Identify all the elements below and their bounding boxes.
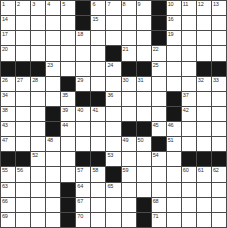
- cell[interactable]: 23: [46, 62, 60, 76]
- cell[interactable]: [91, 46, 105, 60]
- cell[interactable]: [106, 122, 120, 136]
- clue-number: 18: [77, 31, 83, 38]
- cell[interactable]: [76, 122, 90, 136]
- cell[interactable]: 47: [1, 137, 15, 151]
- cell[interactable]: [16, 31, 30, 45]
- clue-number: 68: [153, 198, 159, 205]
- clue-number: 55: [2, 167, 8, 174]
- cell[interactable]: 49: [122, 137, 136, 151]
- cell[interactable]: 25: [152, 62, 166, 76]
- black-cell: [76, 152, 90, 166]
- cell[interactable]: 52: [31, 152, 45, 166]
- clue-number: 45: [153, 122, 159, 129]
- clue-number: 28: [32, 77, 38, 84]
- cell[interactable]: [212, 137, 226, 151]
- cell[interactable]: [31, 137, 45, 151]
- cell[interactable]: 31: [137, 77, 151, 91]
- cell[interactable]: 17: [1, 31, 15, 45]
- clue-number: 4: [47, 1, 50, 8]
- black-cell: [197, 152, 211, 166]
- cell[interactable]: 71: [152, 213, 166, 227]
- clue-number: 57: [77, 167, 83, 174]
- cell[interactable]: [137, 31, 151, 45]
- cell[interactable]: [122, 213, 136, 227]
- cell[interactable]: 66: [1, 198, 15, 212]
- cell[interactable]: [16, 46, 30, 60]
- cell[interactable]: [167, 213, 181, 227]
- cell[interactable]: [16, 122, 30, 136]
- cell[interactable]: [212, 92, 226, 106]
- clue-number: 23: [47, 62, 53, 69]
- cell[interactable]: [76, 62, 90, 76]
- cell[interactable]: 34: [1, 92, 15, 106]
- cell[interactable]: [91, 183, 105, 197]
- cell[interactable]: [46, 46, 60, 60]
- cell[interactable]: [197, 16, 211, 30]
- cell[interactable]: [182, 77, 196, 91]
- cell[interactable]: [167, 77, 181, 91]
- cell[interactable]: [137, 16, 151, 30]
- cell[interactable]: [122, 31, 136, 45]
- clue-number: 13: [213, 1, 219, 8]
- clue-number: 56: [17, 167, 23, 174]
- clue-number: 30: [123, 77, 129, 84]
- cell[interactable]: 8: [122, 1, 136, 15]
- clue-number: 32: [198, 77, 204, 84]
- black-cell: [182, 152, 196, 166]
- black-cell: [61, 198, 75, 212]
- cell[interactable]: 4: [46, 1, 60, 15]
- cell[interactable]: [46, 77, 60, 91]
- cell[interactable]: 28: [31, 77, 45, 91]
- clue-number: 59: [123, 167, 129, 174]
- cell[interactable]: 58: [91, 167, 105, 181]
- clue-number: 70: [77, 213, 83, 220]
- cell[interactable]: [197, 46, 211, 60]
- clue-number: 19: [168, 31, 174, 38]
- cell[interactable]: [212, 198, 226, 212]
- cell[interactable]: [182, 137, 196, 151]
- clue-number: 39: [62, 107, 68, 114]
- clue-number: 51: [168, 137, 174, 144]
- clue-number: 24: [107, 62, 113, 69]
- clue-number: 63: [2, 183, 8, 190]
- cell[interactable]: 27: [16, 77, 30, 91]
- clue-number: 2: [17, 1, 20, 8]
- cell[interactable]: 20: [1, 46, 15, 60]
- cell[interactable]: 9: [137, 1, 151, 15]
- cell[interactable]: 45: [152, 122, 166, 136]
- black-cell: [137, 122, 151, 136]
- clue-number: 69: [2, 213, 8, 220]
- clue-number: 12: [198, 1, 204, 8]
- cell[interactable]: [46, 16, 60, 30]
- cell[interactable]: 32: [197, 77, 211, 91]
- clue-number: 26: [2, 77, 8, 84]
- cell[interactable]: [106, 107, 120, 121]
- cell[interactable]: [76, 46, 90, 60]
- cell[interactable]: [61, 46, 75, 60]
- cell[interactable]: [212, 122, 226, 136]
- cell[interactable]: 26: [1, 77, 15, 91]
- cell[interactable]: 1: [1, 1, 15, 15]
- cell[interactable]: [31, 107, 45, 121]
- cell[interactable]: [167, 62, 181, 76]
- cell[interactable]: 14: [1, 16, 15, 30]
- clue-number: 22: [153, 46, 159, 53]
- cell[interactable]: [91, 122, 105, 136]
- cell[interactable]: [137, 46, 151, 60]
- cell[interactable]: 55: [1, 167, 15, 181]
- cell[interactable]: 18: [76, 31, 90, 45]
- black-cell: [122, 62, 136, 76]
- clue-number: 52: [32, 152, 38, 159]
- cell[interactable]: 50: [137, 137, 151, 151]
- clue-number: 5: [62, 1, 65, 8]
- cell[interactable]: [167, 183, 181, 197]
- cell[interactable]: [16, 198, 30, 212]
- black-cell: [152, 16, 166, 30]
- clue-number: 36: [107, 92, 113, 99]
- black-cell: [91, 152, 105, 166]
- cell[interactable]: [122, 107, 136, 121]
- cell[interactable]: [152, 183, 166, 197]
- cell[interactable]: [182, 46, 196, 60]
- cell[interactable]: [31, 46, 45, 60]
- cell[interactable]: 69: [1, 213, 15, 227]
- black-cell: [46, 107, 60, 121]
- black-cell: [152, 31, 166, 45]
- clue-number: 54: [153, 152, 159, 159]
- black-cell: [106, 167, 120, 181]
- cell[interactable]: 53: [106, 152, 120, 166]
- crossword-grid: 1234567891011121314151617181920212223242…: [0, 0, 227, 228]
- cell[interactable]: 42: [182, 107, 196, 121]
- cell[interactable]: 65: [106, 183, 120, 197]
- cell[interactable]: [212, 213, 226, 227]
- clue-number: 14: [2, 16, 8, 23]
- cell[interactable]: [122, 92, 136, 106]
- cell[interactable]: 7: [106, 1, 120, 15]
- clue-number: 48: [47, 137, 53, 144]
- cell[interactable]: [16, 213, 30, 227]
- cell[interactable]: 60: [182, 167, 196, 181]
- cell[interactable]: [182, 122, 196, 136]
- black-cell: [91, 92, 105, 106]
- cell[interactable]: [212, 46, 226, 60]
- black-cell: [137, 62, 151, 76]
- clue-number: 8: [123, 1, 126, 8]
- cell[interactable]: [182, 213, 196, 227]
- cell[interactable]: [212, 183, 226, 197]
- cell[interactable]: [137, 167, 151, 181]
- clue-number: 49: [123, 137, 129, 144]
- cell[interactable]: 2: [16, 1, 30, 15]
- cell[interactable]: [16, 16, 30, 30]
- cell[interactable]: 37: [182, 92, 196, 106]
- cell[interactable]: [182, 16, 196, 30]
- cell[interactable]: 40: [76, 107, 90, 121]
- clue-number: 67: [77, 198, 83, 205]
- cell[interactable]: 70: [76, 213, 90, 227]
- cell[interactable]: 48: [46, 137, 60, 151]
- clue-number: 21: [123, 46, 129, 53]
- clue-number: 58: [92, 167, 98, 174]
- cell[interactable]: [182, 183, 196, 197]
- black-cell: [212, 152, 226, 166]
- black-cell: [76, 1, 90, 15]
- cell[interactable]: [122, 198, 136, 212]
- cell[interactable]: 51: [167, 137, 181, 151]
- cell[interactable]: 16: [167, 16, 181, 30]
- cell[interactable]: [167, 152, 181, 166]
- clue-number: 44: [62, 122, 68, 129]
- cell[interactable]: [61, 152, 75, 166]
- clue-number: 6: [92, 1, 95, 8]
- cell[interactable]: [212, 16, 226, 30]
- cell[interactable]: [91, 198, 105, 212]
- cell[interactable]: [167, 46, 181, 60]
- black-cell: [122, 122, 136, 136]
- cell[interactable]: [182, 62, 196, 76]
- cell[interactable]: [137, 107, 151, 121]
- cell[interactable]: [46, 198, 60, 212]
- cell[interactable]: [16, 107, 30, 121]
- cell[interactable]: [61, 167, 75, 181]
- cell[interactable]: [197, 107, 211, 121]
- cell[interactable]: [122, 152, 136, 166]
- cell[interactable]: [137, 152, 151, 166]
- clue-number: 47: [2, 137, 8, 144]
- black-cell: [137, 213, 151, 227]
- cell[interactable]: 56: [16, 167, 30, 181]
- cell[interactable]: [31, 213, 45, 227]
- cell[interactable]: 11: [182, 1, 196, 15]
- cell[interactable]: [137, 92, 151, 106]
- cell[interactable]: [197, 31, 211, 45]
- black-cell: [197, 62, 211, 76]
- black-cell: [152, 137, 166, 151]
- cell[interactable]: [31, 31, 45, 45]
- cell[interactable]: [61, 31, 75, 45]
- clue-number: 37: [183, 92, 189, 99]
- cell[interactable]: 54: [152, 152, 166, 166]
- black-cell: [167, 107, 181, 121]
- cell[interactable]: 10: [167, 1, 181, 15]
- cell[interactable]: 3: [31, 1, 45, 15]
- cell[interactable]: 36: [106, 92, 120, 106]
- cell[interactable]: 61: [197, 167, 211, 181]
- cell[interactable]: 33: [212, 77, 226, 91]
- cell[interactable]: [31, 167, 45, 181]
- cell[interactable]: [152, 107, 166, 121]
- cell[interactable]: [182, 31, 196, 45]
- black-cell: [1, 152, 15, 166]
- cell[interactable]: 21: [122, 46, 136, 60]
- clue-number: 40: [77, 107, 83, 114]
- cell[interactable]: [31, 122, 45, 136]
- black-cell: [31, 62, 45, 76]
- cell[interactable]: 62: [212, 167, 226, 181]
- cell[interactable]: 6: [91, 1, 105, 15]
- cell[interactable]: [61, 137, 75, 151]
- cell[interactable]: 29: [76, 77, 90, 91]
- cell[interactable]: 63: [1, 183, 15, 197]
- cell[interactable]: [31, 92, 45, 106]
- cell[interactable]: 30: [122, 77, 136, 91]
- cell[interactable]: [31, 183, 45, 197]
- cell[interactable]: 38: [1, 107, 15, 121]
- clue-number: 34: [2, 92, 8, 99]
- cell[interactable]: [106, 77, 120, 91]
- cell[interactable]: [16, 183, 30, 197]
- clue-number: 66: [2, 198, 8, 205]
- cell[interactable]: [197, 213, 211, 227]
- clue-number: 42: [183, 107, 189, 114]
- cell[interactable]: [46, 167, 60, 181]
- black-cell: [1, 62, 15, 76]
- clue-number: 25: [153, 62, 159, 69]
- cell[interactable]: 12: [197, 1, 211, 15]
- cell[interactable]: 57: [76, 167, 90, 181]
- cell[interactable]: [122, 16, 136, 30]
- cell[interactable]: [106, 198, 120, 212]
- cell[interactable]: [212, 31, 226, 45]
- cell[interactable]: [91, 77, 105, 91]
- black-cell: [61, 77, 75, 91]
- cell[interactable]: 46: [167, 122, 181, 136]
- cell[interactable]: 15: [91, 16, 105, 30]
- clue-number: 10: [168, 1, 174, 8]
- cell[interactable]: 41: [91, 107, 105, 121]
- black-cell: [76, 16, 90, 30]
- cell[interactable]: [167, 167, 181, 181]
- cell[interactable]: [152, 167, 166, 181]
- clue-number: 27: [17, 77, 23, 84]
- black-cell: [16, 152, 30, 166]
- black-cell: [61, 213, 75, 227]
- cell[interactable]: 13: [212, 1, 226, 15]
- clue-number: 71: [153, 213, 159, 220]
- clue-number: 1: [2, 1, 5, 8]
- cell[interactable]: [91, 137, 105, 151]
- clue-number: 29: [77, 77, 83, 84]
- cell[interactable]: [197, 183, 211, 197]
- clue-number: 61: [198, 167, 204, 174]
- cell[interactable]: [122, 183, 136, 197]
- cell[interactable]: [167, 198, 181, 212]
- black-cell: [212, 62, 226, 76]
- cell[interactable]: 39: [61, 107, 75, 121]
- cell[interactable]: [197, 92, 211, 106]
- clue-number: 43: [2, 122, 8, 129]
- cell[interactable]: [106, 31, 120, 45]
- clue-number: 31: [138, 77, 144, 84]
- cell[interactable]: 35: [61, 92, 75, 106]
- cell[interactable]: [46, 152, 60, 166]
- clue-number: 64: [77, 183, 83, 190]
- black-cell: [152, 1, 166, 15]
- cell[interactable]: [152, 77, 166, 91]
- clue-number: 41: [92, 107, 98, 114]
- cell[interactable]: [31, 16, 45, 30]
- black-cell: [137, 198, 151, 212]
- clue-number: 33: [213, 77, 219, 84]
- clue-number: 9: [138, 1, 141, 8]
- cell[interactable]: 68: [152, 198, 166, 212]
- clue-number: 65: [107, 183, 113, 190]
- clue-number: 62: [213, 167, 219, 174]
- cell[interactable]: [91, 31, 105, 45]
- cell[interactable]: 19: [167, 31, 181, 45]
- clue-number: 7: [107, 1, 110, 8]
- clue-number: 35: [62, 92, 68, 99]
- clue-number: 20: [2, 46, 8, 53]
- cell[interactable]: [106, 16, 120, 30]
- cell[interactable]: 5: [61, 1, 75, 15]
- crossword-board: 1234567891011121314151617181920212223242…: [0, 0, 227, 228]
- clue-number: 53: [107, 152, 113, 159]
- cell[interactable]: [61, 16, 75, 30]
- cell[interactable]: [182, 198, 196, 212]
- cell[interactable]: 22: [152, 46, 166, 60]
- clue-number: 16: [168, 16, 174, 23]
- cell[interactable]: 59: [122, 167, 136, 181]
- cell[interactable]: [16, 92, 30, 106]
- black-cell: [61, 183, 75, 197]
- black-cell: [46, 122, 60, 136]
- cell[interactable]: [61, 62, 75, 76]
- cell[interactable]: 64: [76, 183, 90, 197]
- cell[interactable]: 44: [61, 122, 75, 136]
- cell[interactable]: [76, 137, 90, 151]
- cell[interactable]: [106, 213, 120, 227]
- clue-number: 50: [138, 137, 144, 144]
- black-cell: [167, 92, 181, 106]
- cell[interactable]: [152, 92, 166, 106]
- clue-number: 17: [2, 31, 8, 38]
- cell[interactable]: [197, 137, 211, 151]
- clue-number: 11: [183, 1, 188, 8]
- black-cell: [16, 62, 30, 76]
- cell[interactable]: [106, 137, 120, 151]
- cell[interactable]: [91, 62, 105, 76]
- cell[interactable]: [31, 198, 45, 212]
- cell[interactable]: [91, 213, 105, 227]
- cell[interactable]: [46, 31, 60, 45]
- cell[interactable]: [46, 92, 60, 106]
- black-cell: [76, 92, 90, 106]
- cell[interactable]: 43: [1, 122, 15, 136]
- clue-number: 46: [168, 122, 174, 129]
- cell[interactable]: [46, 183, 60, 197]
- black-cell: [106, 46, 120, 60]
- cell[interactable]: 24: [106, 62, 120, 76]
- clue-number: 60: [183, 167, 189, 174]
- cell[interactable]: [212, 107, 226, 121]
- cell[interactable]: [46, 213, 60, 227]
- clue-number: 15: [92, 16, 98, 23]
- clue-number: 3: [32, 1, 35, 8]
- cell[interactable]: [137, 183, 151, 197]
- cell[interactable]: 67: [76, 198, 90, 212]
- cell[interactable]: [197, 122, 211, 136]
- clue-number: 38: [2, 107, 8, 114]
- cell[interactable]: [16, 137, 30, 151]
- cell[interactable]: [197, 198, 211, 212]
